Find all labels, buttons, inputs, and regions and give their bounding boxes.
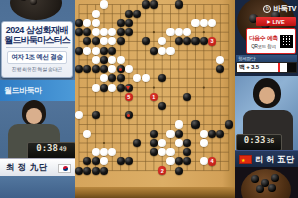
left-player-name: 최 정 九단 — [0, 162, 58, 174]
prediction-subtitle: QR코드 참여 — [251, 44, 275, 49]
stone-black — [150, 130, 158, 138]
stone-white — [92, 56, 100, 64]
stone-white — [92, 148, 100, 156]
event-title-line2: 월드바둑마스터스 — [4, 35, 70, 45]
qr-code — [280, 35, 293, 48]
stone-black — [150, 139, 158, 147]
stone-white — [158, 47, 166, 55]
ai-eval-value: 백 + 3.5 — [237, 63, 259, 72]
ai-eval-black-share — [287, 63, 296, 72]
backdrop-banner-text: 월드바둑마 — [0, 85, 42, 96]
stone-white — [142, 74, 150, 82]
stone-white — [166, 148, 174, 156]
marked-stone-triangle — [126, 86, 130, 90]
channel-logo-text: 바둑TV — [273, 4, 296, 14]
stone-white — [100, 0, 108, 8]
stone-black — [100, 47, 108, 55]
stone-black — [150, 47, 158, 55]
event-title-line1: 2024 삼성화재배 — [6, 25, 69, 35]
stone-black — [208, 130, 216, 138]
china-flag-icon: ★ — [239, 155, 252, 164]
stone-white — [92, 19, 100, 27]
stone-black — [75, 167, 83, 175]
right-player-face — [259, 87, 275, 104]
stone-white — [117, 56, 125, 64]
right-clock-hm: 0:33 — [244, 135, 266, 145]
stone-white — [200, 139, 208, 147]
stone-white — [200, 19, 208, 27]
stone-white — [200, 130, 208, 138]
left-player-nameplate: 최 정 九단 — [0, 158, 75, 178]
channel-logo: b 바둑TV — [263, 4, 296, 14]
stone-white — [175, 120, 183, 128]
stone-black — [117, 74, 125, 82]
right-player-nameplate: ★ 리 허 五단 — [235, 150, 298, 168]
go-bowl-top-left — [10, 0, 62, 20]
stone-black — [175, 167, 183, 175]
ai-eval-bar: 백 + 3.5 — [236, 62, 297, 73]
right-studio-panel: b 바둑TV ▶ LIVE 다음수 예측 QR코드 참여 형세판단 백 + 3.… — [235, 0, 298, 198]
stone-white — [108, 84, 116, 92]
ai-eval-marker — [278, 63, 280, 72]
south-korea-flag-icon — [58, 164, 71, 173]
banner-divider — [6, 47, 68, 48]
move-candidate-4: 4 — [208, 157, 217, 166]
board-front-edge — [75, 187, 235, 198]
stone-white — [92, 28, 100, 36]
marked-stone-dot — [119, 68, 122, 71]
stone-white — [175, 139, 183, 147]
left-clock-sec: 49 — [59, 145, 67, 153]
live-badge: ▶ LIVE — [256, 17, 296, 26]
stone-black — [125, 19, 133, 27]
right-player-name: 리 허 五단 — [252, 154, 294, 165]
prediction-title: 다음수 예측 — [249, 34, 278, 43]
stone-black — [117, 28, 125, 36]
stone-black — [83, 167, 91, 175]
stone-white — [92, 84, 100, 92]
live-label: LIVE — [272, 19, 284, 25]
stone-black — [125, 10, 133, 18]
stone-white — [92, 47, 100, 55]
stone-white — [166, 47, 174, 55]
channel-logo-icon: b — [263, 5, 271, 13]
stone-white — [166, 130, 174, 138]
stone-white — [92, 10, 100, 18]
left-clock-hm: 0:38 — [36, 143, 58, 153]
stone-black — [100, 56, 108, 64]
stone-black — [92, 167, 100, 175]
go-board: 12345 — [75, 0, 235, 198]
live-play-icon: ▶ — [267, 19, 270, 24]
event-stage-label: 여자 1조 예선 결승 — [7, 51, 66, 64]
broadcast-staff: 진행 최유진 해설 송태곤 — [12, 66, 62, 72]
next-move-prediction-widget: 다음수 예측 QR코드 참여 — [246, 28, 296, 54]
right-player-clock: 0:33 36 — [236, 134, 282, 151]
right-clock-sec: 36 — [266, 137, 274, 145]
stone-black — [133, 10, 141, 18]
stone-black — [100, 84, 108, 92]
stone-black — [75, 47, 83, 55]
studio-table — [0, 176, 75, 198]
move-candidate-3: 3 — [208, 37, 217, 46]
stone-black — [175, 130, 183, 138]
stone-black — [92, 65, 100, 73]
stone-black — [191, 120, 199, 128]
stone-black — [92, 111, 100, 119]
broadcast-frame: 2024 삼성화재배 월드바둑마스터스 여자 1조 예선 결승 진행 최유진 해… — [0, 0, 298, 198]
stone-black — [142, 0, 150, 8]
stone-black — [117, 19, 125, 27]
stone-black — [225, 120, 233, 128]
stone-black — [150, 0, 158, 8]
left-studio-panel: 2024 삼성화재배 월드바둑마스터스 여자 1조 예선 결승 진행 최유진 해… — [0, 0, 75, 198]
ai-eval-widget: 형세판단 백 + 3.5 — [236, 55, 297, 75]
go-bowl-bottom-right — [235, 167, 298, 198]
stone-black — [175, 0, 183, 8]
stone-white — [166, 28, 174, 36]
stone-black — [117, 84, 125, 92]
stone-black — [100, 167, 108, 175]
left-player-face — [26, 108, 42, 124]
ai-eval-header: 형세판단 — [236, 55, 297, 62]
stone-white — [191, 19, 199, 27]
event-banner: 2024 삼성화재배 월드바둑마스터스 여자 1조 예선 결승 진행 최유진 해… — [1, 21, 73, 78]
